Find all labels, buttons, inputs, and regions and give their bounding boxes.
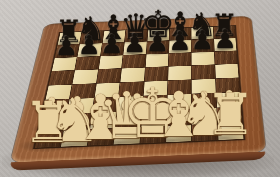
piece-white-rook-h1[interactable]: ♜ xyxy=(205,87,256,144)
piece-black-pawn-g7[interactable]: ♟ xyxy=(191,27,214,53)
piece-black-pawn-e7[interactable]: ♟ xyxy=(146,29,169,55)
piece-black-pawn-a7[interactable]: ♟ xyxy=(55,33,78,59)
piece-black-pawn-h7[interactable]: ♟ xyxy=(213,27,236,53)
piece-black-pawn-b7[interactable]: ♟ xyxy=(78,32,101,58)
piece-black-pawn-d7[interactable]: ♟ xyxy=(123,30,146,56)
chessboard-photo-scene: ♜♞♝♛♚♝♞♜♟♟♟♟♟♟♟♟♟♟♟♟♟♟♟♟♜♞♝♛♚♝♞♜ xyxy=(0,0,280,177)
pieces-layer: ♜♞♝♛♚♝♞♜♟♟♟♟♟♟♟♟♟♟♟♟♟♟♟♟♜♞♝♛♚♝♞♜ xyxy=(0,0,280,177)
piece-black-pawn-f7[interactable]: ♟ xyxy=(168,28,191,54)
piece-black-pawn-c7[interactable]: ♟ xyxy=(100,31,123,57)
